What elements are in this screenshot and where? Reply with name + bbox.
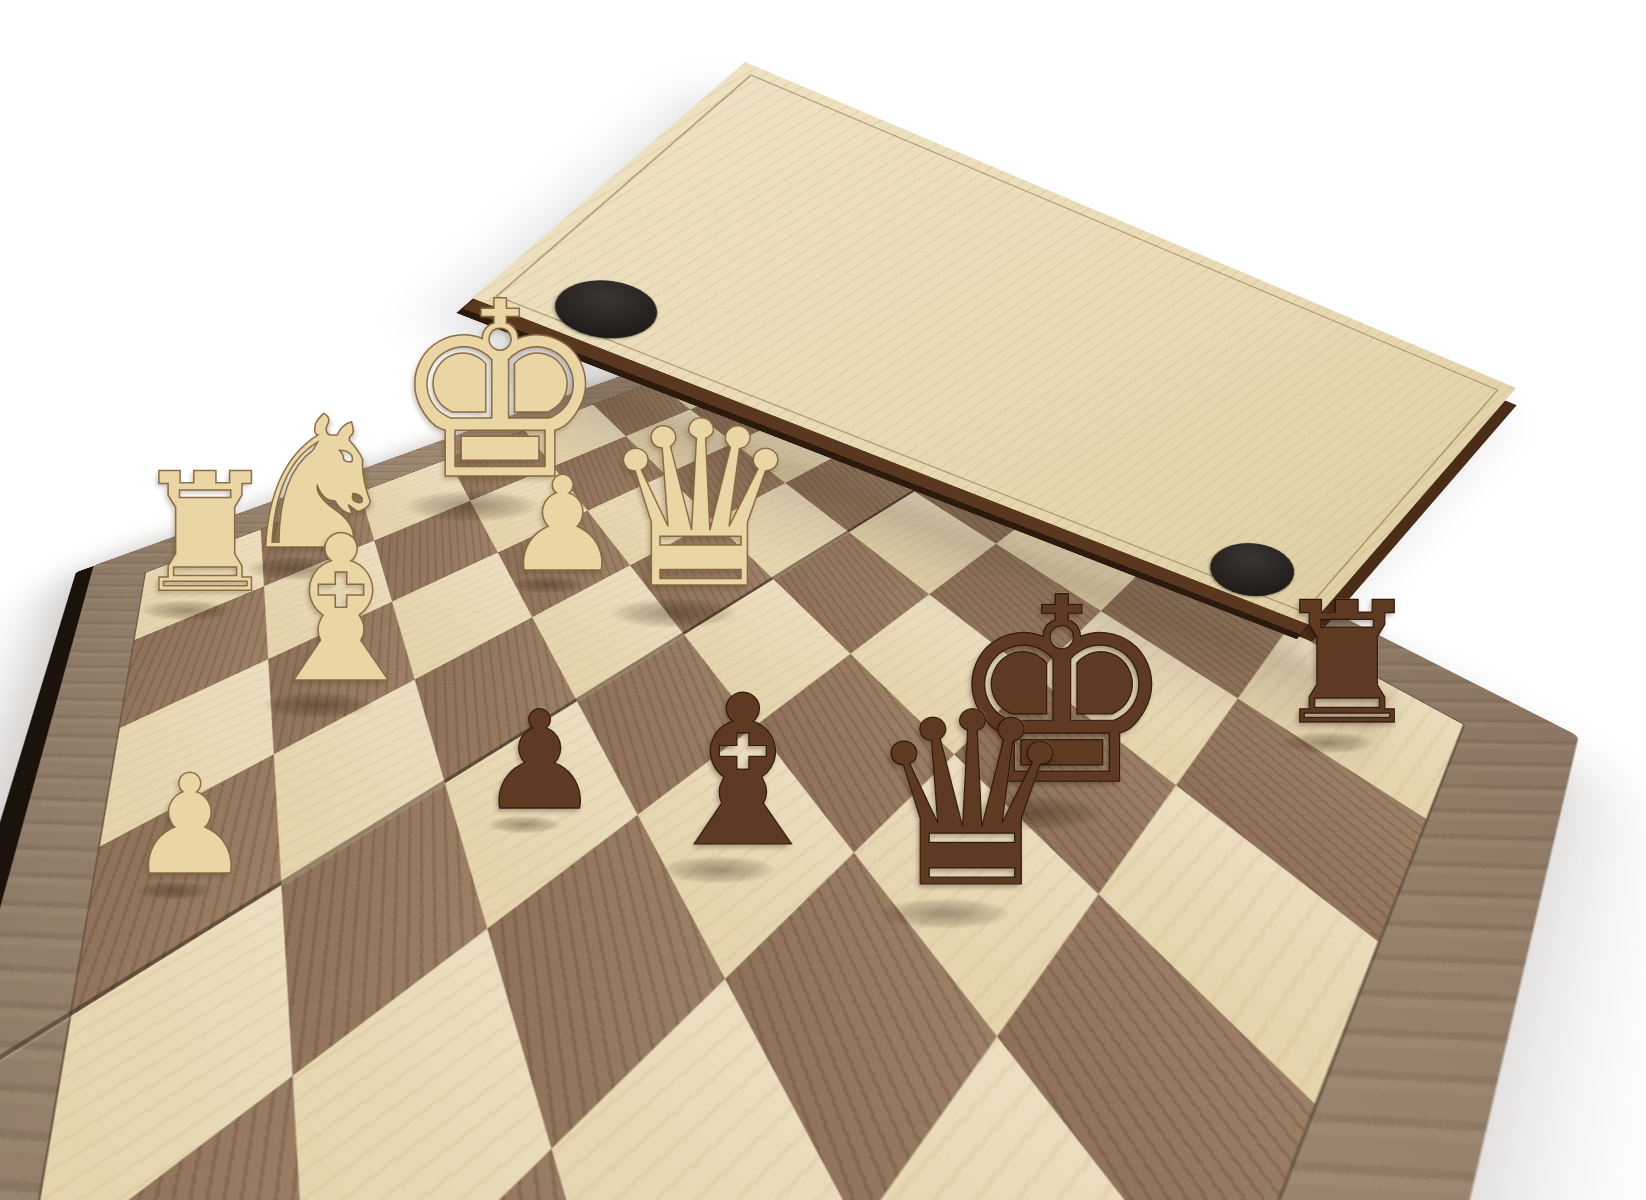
hinge-screw (5, 988, 20, 1003)
piece-white-bishop-b6: ♝ (251, 509, 432, 711)
product-photo-scene: ♜♞♚♝♟♟♛♟♝♟♜♞♛♚♜ (0, 0, 1646, 1200)
piece-brown-knight-c2: ♞ (608, 1024, 790, 1200)
hinge-screw (0, 1029, 8, 1044)
piece-white-pawn-a5: ♟ (128, 757, 252, 895)
piece-brown-bishop-d3: ♝ (649, 669, 835, 877)
piece-brown-pawn-c4: ♟ (479, 693, 601, 829)
piece-brown-rook-h1: ♜ (1272, 580, 1423, 748)
piece-brown-queen-e2: ♛ (864, 681, 1079, 921)
piece-white-queen-e5: ♛ (598, 391, 803, 620)
